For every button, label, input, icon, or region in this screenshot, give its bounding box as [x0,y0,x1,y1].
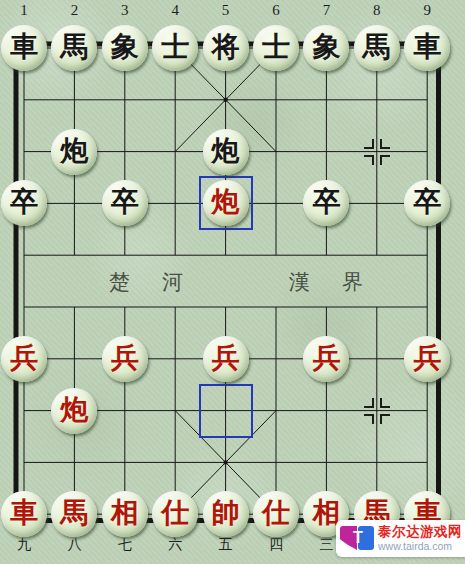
piece-glyph: 車 [413,33,441,61]
file-label-bottom-3: 七 [114,536,136,554]
piece-black-cannon[interactable]: 炮 [51,129,97,175]
piece-glyph: 卒 [413,188,441,216]
river-label-right: 漢界 [289,268,395,296]
board-grid [0,0,465,564]
piece-glyph: 象 [111,33,139,61]
piece-glyph: 卒 [312,188,340,216]
last-move-from-highlight [199,384,253,438]
watermark-site-url: www.tairda.com [378,541,462,553]
file-label-top-6: 6 [265,2,287,19]
piece-red-soldier[interactable]: 兵 [303,336,349,382]
piece-black-chariot[interactable]: 車 [404,25,450,71]
piece-glyph: 将 [212,33,240,61]
river-label-left: 楚河 [109,268,215,296]
file-label-top-3: 3 [114,2,136,19]
piece-black-soldier[interactable]: 卒 [102,180,148,226]
piece-glyph: 馬 [363,33,391,61]
piece-glyph: 馬 [60,499,88,527]
position-marker [364,139,390,165]
file-label-bottom-1: 九 [13,536,35,554]
piece-glyph: 兵 [111,344,139,372]
file-label-bottom-4: 六 [164,536,186,554]
piece-glyph: 兵 [413,344,441,372]
file-label-bottom-5: 五 [215,536,237,554]
piece-red-soldier[interactable]: 兵 [1,336,47,382]
piece-black-advisor[interactable]: 士 [253,25,299,71]
piece-glyph: 兵 [212,344,240,372]
file-label-top-9: 9 [416,2,438,19]
piece-glyph: 卒 [10,188,38,216]
piece-glyph: 士 [161,33,189,61]
watermark-badge[interactable]: T 泰尔达游戏网 www.tairda.com [336,520,465,557]
piece-red-advisor[interactable]: 仕 [253,491,299,537]
xiangqi-board-screen: 123456789九八七六五四三二一車馬象士将士象馬車炮炮卒卒炮卒卒兵兵兵兵兵炮… [0,0,465,564]
piece-glyph: 仕 [262,499,290,527]
watermark-site-name: 泰尔达游戏网 [378,525,462,540]
piece-glyph: 車 [10,33,38,61]
file-label-bottom-2: 八 [63,536,85,554]
tairda-logo-icon: T [340,525,374,552]
piece-glyph: 兵 [10,344,38,372]
piece-glyph: 車 [10,499,38,527]
piece-glyph: 炮 [60,396,88,424]
piece-black-chariot[interactable]: 車 [1,25,47,71]
logo-letter: T [348,528,368,548]
file-label-top-5: 5 [215,2,237,19]
piece-glyph: 炮 [60,137,88,165]
position-marker [364,398,390,424]
file-label-bottom-6: 四 [265,536,287,554]
piece-red-soldier[interactable]: 兵 [102,336,148,382]
piece-black-horse[interactable]: 馬 [354,25,400,71]
piece-glyph: 馬 [60,33,88,61]
piece-red-cannon[interactable]: 炮 [203,180,249,226]
piece-glyph: 士 [262,33,290,61]
piece-glyph: 卒 [111,188,139,216]
piece-red-general[interactable]: 帥 [203,491,249,537]
file-label-top-7: 7 [315,2,337,19]
piece-black-elephant[interactable]: 象 [102,25,148,71]
piece-red-elephant[interactable]: 相 [102,491,148,537]
piece-red-soldier[interactable]: 兵 [404,336,450,382]
file-label-bottom-7: 三 [315,536,337,554]
piece-glyph: 炮 [212,188,240,216]
piece-glyph: 相 [111,499,139,527]
piece-glyph: 炮 [212,137,240,165]
piece-black-general[interactable]: 将 [203,25,249,71]
piece-red-cannon[interactable]: 炮 [51,388,97,434]
file-label-top-1: 1 [13,2,35,19]
piece-glyph: 兵 [312,344,340,372]
piece-glyph: 帥 [212,499,240,527]
file-label-top-4: 4 [164,2,186,19]
file-label-top-2: 2 [63,2,85,19]
piece-glyph: 仕 [161,499,189,527]
piece-red-soldier[interactable]: 兵 [203,336,249,382]
piece-black-advisor[interactable]: 士 [152,25,198,71]
piece-red-chariot[interactable]: 車 [1,491,47,537]
piece-black-cannon[interactable]: 炮 [203,129,249,175]
file-label-top-8: 8 [366,2,388,19]
piece-glyph: 象 [312,33,340,61]
